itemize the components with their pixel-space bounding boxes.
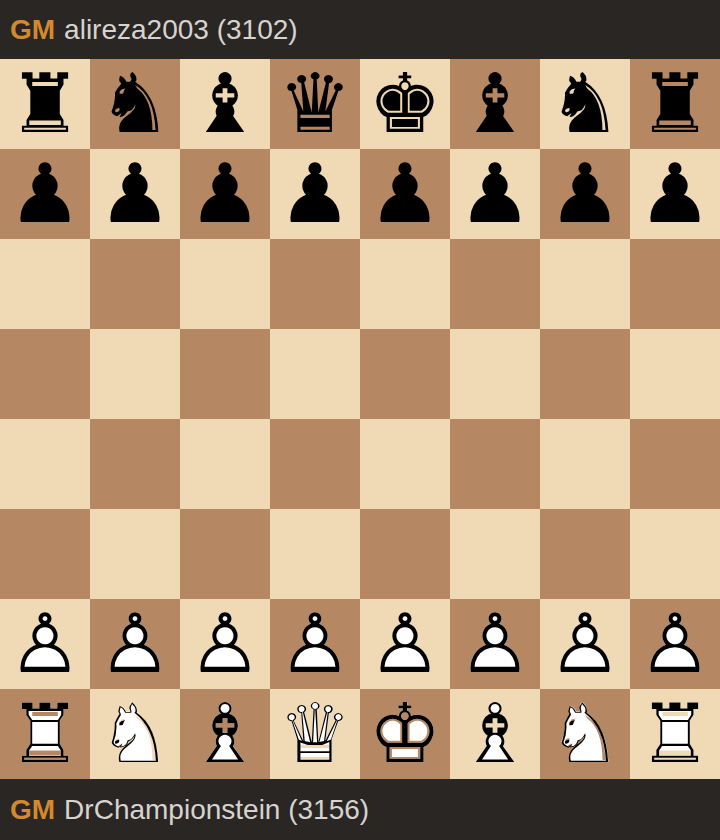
white-pawn[interactable]: ♟♙: [450, 599, 540, 689]
white-rook[interactable]: ♜♖: [0, 689, 90, 779]
white-knight-icon: ♘: [540, 689, 630, 779]
square-g3[interactable]: [540, 509, 630, 599]
square-g4[interactable]: [540, 419, 630, 509]
square-e1[interactable]: ♚♔: [360, 689, 450, 779]
black-rook[interactable]: ♜: [0, 59, 90, 149]
black-pawn-icon: ♟: [90, 149, 180, 239]
white-bishop-icon: ♗: [180, 689, 270, 779]
black-pawn[interactable]: ♟: [360, 149, 450, 239]
square-g1[interactable]: ♞♘: [540, 689, 630, 779]
white-pawn-icon: ♙: [540, 599, 630, 689]
square-g7[interactable]: ♟: [540, 149, 630, 239]
black-pawn[interactable]: ♟: [450, 149, 540, 239]
square-h4[interactable]: [630, 419, 720, 509]
white-knight[interactable]: ♞♘: [90, 689, 180, 779]
player-name-black[interactable]: alireza2003 (3102): [64, 14, 298, 46]
square-c3[interactable]: [180, 509, 270, 599]
white-queen[interactable]: ♛♕: [270, 689, 360, 779]
square-d3[interactable]: [270, 509, 360, 599]
white-pawn[interactable]: ♟♙: [270, 599, 360, 689]
square-c2[interactable]: ♟♙: [180, 599, 270, 689]
square-h5[interactable]: [630, 329, 720, 419]
square-c6[interactable]: [180, 239, 270, 329]
square-d2[interactable]: ♟♙: [270, 599, 360, 689]
black-king[interactable]: ♚: [360, 59, 450, 149]
square-a7[interactable]: ♟: [0, 149, 90, 239]
black-queen[interactable]: ♛: [270, 59, 360, 149]
square-e7[interactable]: ♟: [360, 149, 450, 239]
black-knight[interactable]: ♞: [540, 59, 630, 149]
black-pawn[interactable]: ♟: [540, 149, 630, 239]
white-pawn[interactable]: ♟♙: [180, 599, 270, 689]
black-pawn[interactable]: ♟: [270, 149, 360, 239]
square-g5[interactable]: [540, 329, 630, 419]
black-rook[interactable]: ♜: [630, 59, 720, 149]
square-f8[interactable]: ♝: [450, 59, 540, 149]
player-bar-black: GM alireza2003 (3102): [0, 0, 720, 59]
white-bishop[interactable]: ♝♗: [450, 689, 540, 779]
square-g8[interactable]: ♞: [540, 59, 630, 149]
square-g2[interactable]: ♟♙: [540, 599, 630, 689]
square-f4[interactable]: [450, 419, 540, 509]
square-d1[interactable]: ♛♕: [270, 689, 360, 779]
square-b2[interactable]: ♟♙: [90, 599, 180, 689]
black-bishop[interactable]: ♝: [450, 59, 540, 149]
square-f5[interactable]: [450, 329, 540, 419]
black-king-icon: ♚: [360, 59, 450, 149]
black-pawn-icon: ♟: [450, 149, 540, 239]
square-a4[interactable]: [0, 419, 90, 509]
black-knight[interactable]: ♞: [90, 59, 180, 149]
white-king[interactable]: ♚♔: [360, 689, 450, 779]
chess-board: ♜♞♝♛♚♝♞♜♟♟♟♟♟♟♟♟♟♙♟♙♟♙♟♙♟♙♟♙♟♙♟♙♜♖♞♘♝♗♛♕…: [0, 59, 720, 779]
square-c1[interactable]: ♝♗: [180, 689, 270, 779]
square-f6[interactable]: [450, 239, 540, 329]
white-pawn-icon: ♙: [450, 599, 540, 689]
black-knight-icon: ♞: [90, 59, 180, 149]
black-pawn-icon: ♟: [270, 149, 360, 239]
white-pawn[interactable]: ♟♙: [630, 599, 720, 689]
white-pawn[interactable]: ♟♙: [540, 599, 630, 689]
square-d4[interactable]: [270, 419, 360, 509]
player-title-badge: GM: [10, 794, 55, 826]
black-pawn[interactable]: ♟: [0, 149, 90, 239]
white-rook-icon: ♖: [0, 689, 90, 779]
square-e8[interactable]: ♚: [360, 59, 450, 149]
white-pawn[interactable]: ♟♙: [90, 599, 180, 689]
square-b1[interactable]: ♞♘: [90, 689, 180, 779]
white-knight[interactable]: ♞♘: [540, 689, 630, 779]
black-pawn-icon: ♟: [0, 149, 90, 239]
white-rook-icon: ♖: [630, 689, 720, 779]
square-f7[interactable]: ♟: [450, 149, 540, 239]
square-h8[interactable]: ♜: [630, 59, 720, 149]
white-pawn-icon: ♙: [360, 599, 450, 689]
square-h6[interactable]: [630, 239, 720, 329]
square-g6[interactable]: [540, 239, 630, 329]
square-b6[interactable]: [90, 239, 180, 329]
white-pawn-icon: ♙: [630, 599, 720, 689]
white-pawn-icon: ♙: [0, 599, 90, 689]
black-pawn-icon: ♟: [630, 149, 720, 239]
square-d7[interactable]: ♟: [270, 149, 360, 239]
square-d5[interactable]: [270, 329, 360, 419]
square-a3[interactable]: [0, 509, 90, 599]
black-pawn[interactable]: ♟: [180, 149, 270, 239]
black-pawn-icon: ♟: [360, 149, 450, 239]
square-c5[interactable]: [180, 329, 270, 419]
square-b4[interactable]: [90, 419, 180, 509]
square-b8[interactable]: ♞: [90, 59, 180, 149]
square-h7[interactable]: ♟: [630, 149, 720, 239]
square-f2[interactable]: ♟♙: [450, 599, 540, 689]
white-knight-icon: ♘: [90, 689, 180, 779]
square-h2[interactable]: ♟♙: [630, 599, 720, 689]
black-rook-icon: ♜: [0, 59, 90, 149]
square-d6[interactable]: [270, 239, 360, 329]
player-bar-white: GM DrChampionstein (3156): [0, 779, 720, 840]
square-f3[interactable]: [450, 509, 540, 599]
white-bishop[interactable]: ♝♗: [180, 689, 270, 779]
square-f1[interactable]: ♝♗: [450, 689, 540, 779]
square-e5[interactable]: [360, 329, 450, 419]
square-a2[interactable]: ♟♙: [0, 599, 90, 689]
black-pawn[interactable]: ♟: [90, 149, 180, 239]
white-pawn-icon: ♙: [90, 599, 180, 689]
square-b3[interactable]: [90, 509, 180, 599]
black-knight-icon: ♞: [540, 59, 630, 149]
white-pawn-icon: ♙: [180, 599, 270, 689]
white-pawn[interactable]: ♟♙: [360, 599, 450, 689]
square-c8[interactable]: ♝: [180, 59, 270, 149]
black-pawn-icon: ♟: [540, 149, 630, 239]
square-c7[interactable]: ♟: [180, 149, 270, 239]
player-title-badge: GM: [10, 14, 55, 46]
black-pawn-icon: ♟: [180, 149, 270, 239]
square-a8[interactable]: ♜: [0, 59, 90, 149]
square-e6[interactable]: [360, 239, 450, 329]
square-b7[interactable]: ♟: [90, 149, 180, 239]
square-a5[interactable]: [0, 329, 90, 419]
square-c4[interactable]: [180, 419, 270, 509]
square-h1[interactable]: ♜♖: [630, 689, 720, 779]
black-bishop-icon: ♝: [180, 59, 270, 149]
white-pawn[interactable]: ♟♙: [0, 599, 90, 689]
square-b5[interactable]: [90, 329, 180, 419]
white-rook[interactable]: ♜♖: [630, 689, 720, 779]
square-h3[interactable]: [630, 509, 720, 599]
square-a6[interactable]: [0, 239, 90, 329]
square-e2[interactable]: ♟♙: [360, 599, 450, 689]
black-queen-icon: ♛: [270, 59, 360, 149]
square-d8[interactable]: ♛: [270, 59, 360, 149]
square-e3[interactable]: [360, 509, 450, 599]
white-pawn-icon: ♙: [270, 599, 360, 689]
black-bishop-icon: ♝: [450, 59, 540, 149]
black-bishop[interactable]: ♝: [180, 59, 270, 149]
white-queen-icon: ♕: [270, 689, 360, 779]
black-rook-icon: ♜: [630, 59, 720, 149]
white-king-icon: ♔: [360, 689, 450, 779]
square-a1[interactable]: ♜♖: [0, 689, 90, 779]
black-pawn[interactable]: ♟: [630, 149, 720, 239]
player-name-white[interactable]: DrChampionstein (3156): [64, 794, 369, 826]
white-bishop-icon: ♗: [450, 689, 540, 779]
square-e4[interactable]: [360, 419, 450, 509]
